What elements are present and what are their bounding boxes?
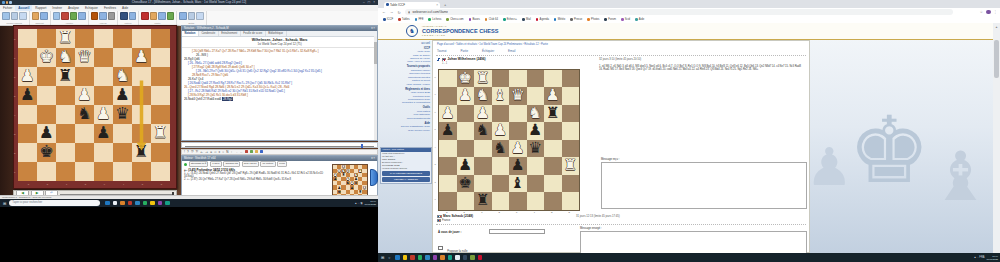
square-b2[interactable]: ♚ [457, 175, 475, 193]
toolbar-icon[interactable] [167, 12, 175, 20]
square-a7[interactable] [439, 87, 457, 105]
square-c3[interactable] [56, 124, 75, 143]
square-h8[interactable] [151, 29, 170, 48]
square-f8[interactable] [113, 29, 132, 48]
quick-access-toolbar[interactable] [2, 1, 12, 4]
bookmark-iccf[interactable]: ICCF [383, 18, 393, 21]
sidebar-link[interactable]: Requêtes & réclamations [380, 101, 430, 104]
square-a5[interactable]: ♟ [18, 86, 37, 105]
square-g2[interactable] [544, 175, 562, 193]
square-h7[interactable] [151, 48, 170, 67]
annotation-icon[interactable]: → [234, 150, 237, 154]
notation-tab-condensée[interactable]: Condensée [199, 31, 219, 36]
bookmark-photos[interactable]: Photos [587, 18, 599, 21]
square-d5[interactable]: ♟ [75, 86, 94, 105]
square-c2[interactable] [56, 143, 75, 162]
square-f5[interactable]: ♟ [527, 122, 545, 140]
bookmark-ffe[interactable]: FFE [415, 18, 424, 21]
square-a1[interactable] [439, 192, 457, 210]
square-g5[interactable] [544, 122, 562, 140]
annotation-icon[interactable]: ± [218, 150, 220, 154]
app-icon[interactable] [158, 201, 163, 206]
breadcrumb-link[interactable]: Tables et résultats [456, 43, 477, 46]
square-f2[interactable] [527, 175, 545, 193]
white-piece-♛: ♛ [511, 88, 525, 104]
app-icon[interactable] [150, 201, 155, 206]
square-e5[interactable] [509, 122, 527, 140]
square-h4[interactable] [151, 105, 170, 124]
square-a8[interactable] [439, 70, 457, 88]
bookmark-agenda[interactable]: Agenda [536, 18, 549, 21]
annotation-icon[interactable]: ↔ [240, 150, 243, 154]
sidebar-link[interactable]: ICCF Games Archive [380, 83, 430, 86]
square-g3[interactable] [544, 157, 562, 175]
square-g2[interactable]: ♜ [132, 143, 151, 162]
app-icon[interactable] [478, 255, 483, 260]
square-h1[interactable] [151, 162, 170, 181]
app-icon[interactable] [440, 255, 445, 260]
annotation-icon[interactable]: = [210, 150, 212, 154]
square-h3[interactable]: ♜ [562, 157, 580, 175]
toolbar-icon[interactable] [53, 12, 61, 20]
toolbar-icon[interactable] [196, 12, 204, 20]
square-b1[interactable] [37, 162, 56, 181]
notation-tab-bibliothèque[interactable]: Bibliothèque [266, 31, 287, 36]
square-b4[interactable] [37, 105, 56, 124]
toolbar-icon[interactable] [150, 12, 158, 20]
server-board[interactable]: ♚♜♟♞♝♛♟♟♟♞♜♟♞♟♟♞♟♛♟♟♜♚♝♜ [439, 70, 579, 210]
new-icon[interactable] [9, 1, 12, 4]
sidebar-link[interactable]: ICCF Privacy Policy [380, 129, 430, 132]
square-f7[interactable] [527, 87, 545, 105]
square-h6[interactable] [151, 67, 170, 86]
app-icon[interactable] [455, 255, 460, 260]
square-b7[interactable]: ♟ [457, 87, 475, 105]
color-annotation-icon[interactable] [260, 150, 263, 153]
square-f3[interactable] [527, 157, 545, 175]
system-tray[interactable]: ▲ ○ ◨ 16:04 10/01/2025 [354, 200, 378, 206]
toolbar-icon[interactable] [19, 12, 27, 20]
square-f8[interactable] [527, 70, 545, 88]
toolbar-icon[interactable] [120, 12, 128, 20]
move-entry-input[interactable] [489, 229, 545, 235]
toolbar-icon[interactable] [188, 12, 196, 20]
bookmark-chess.com[interactable]: Chess.com [446, 18, 463, 21]
iccf-logo[interactable]: ♞ [406, 25, 418, 37]
page-scrollbar[interactable]: ▲ [993, 23, 1000, 253]
taskbar-clock[interactable]: 16:04 10/01/2025 [987, 255, 999, 261]
toolbar-icon[interactable] [78, 12, 86, 20]
square-a4[interactable] [18, 105, 37, 124]
engine-button[interactable]: Nxd4 26/76 [242, 161, 259, 167]
toolbar-icon[interactable] [179, 12, 187, 20]
tab-close-icon[interactable]: × [436, 3, 438, 7]
square-d1[interactable] [492, 192, 510, 210]
game-menu-partie[interactable]: Partie [460, 49, 468, 53]
taskbar-search-input[interactable]: Taper ici pour rechercher [9, 200, 100, 206]
tab-title: Table ICCF [390, 3, 435, 7]
app-icon[interactable] [470, 255, 475, 260]
square-a3[interactable] [18, 124, 37, 143]
toolbar-icon[interactable] [99, 12, 107, 20]
annotation-icon[interactable]: ∞ [214, 150, 216, 154]
tray-icons[interactable]: ▲ ○ ◨ [354, 202, 362, 205]
annotation-icon[interactable]: ! [184, 150, 185, 154]
annotation-icon[interactable]: N [226, 150, 228, 154]
reload-icon[interactable]: ↻ [398, 10, 401, 15]
square-f2[interactable] [113, 143, 132, 162]
square-b3[interactable]: ♟ [37, 124, 56, 143]
toolbar-icon[interactable] [108, 12, 116, 20]
square-g6[interactable] [132, 67, 151, 86]
notation-tab-notation[interactable]: Notation [182, 31, 199, 36]
toolbar-icon[interactable] [91, 12, 99, 20]
annotation-icon[interactable]: +- [200, 150, 203, 154]
square-d8[interactable] [492, 70, 510, 88]
square-d2[interactable] [75, 143, 94, 162]
annotation-icon[interactable]: ? [187, 150, 189, 154]
login-button[interactable]: PARAMÈTRES PERSONNELS [382, 171, 430, 176]
black-piece-♜: ♜ [476, 193, 490, 209]
square-b2[interactable]: ♚ [37, 143, 56, 162]
bookmark-lichess[interactable]: Lichess [428, 18, 441, 21]
message-received-box [601, 162, 807, 209]
annotation-icon[interactable]: ↑ [231, 150, 233, 154]
square-g4[interactable] [132, 105, 151, 124]
notation-moves[interactable]: [ 26.Qd8 Rb6+ 27.Ka7 Qc7 28.Rxc7 Nb5+ 29… [182, 48, 377, 132]
bookmark-presse[interactable]: Presse [570, 18, 582, 21]
app-icon[interactable] [135, 201, 140, 206]
search-icon[interactable]: ○ [388, 256, 390, 260]
square-c8[interactable]: ♜ [474, 70, 492, 88]
square-d1[interactable] [75, 162, 94, 181]
address-bar[interactable]: ◉ webserver.iccf.com/Game [405, 9, 953, 15]
square-g7[interactable]: ♟ [544, 87, 562, 105]
square-f5[interactable]: ♟ [113, 86, 132, 105]
square-e4[interactable]: ♟ [509, 140, 527, 158]
square-h5[interactable] [151, 86, 170, 105]
current-move-highlight[interactable]: 28.Rg2 [222, 97, 233, 101]
annotation-icon[interactable]: -+ [205, 150, 208, 154]
toolbar-icon[interactable] [61, 12, 69, 20]
breadcrumb-link[interactable]: 1st World Team Cup 24 Preliminaries [479, 43, 522, 46]
ribbon-group-presse-papiers: Presse-papiers [0, 11, 30, 25]
square-d6[interactable] [492, 105, 510, 123]
brand-main: CORRESPONDENCE CHESS [422, 28, 498, 34]
square-e1[interactable] [509, 192, 527, 210]
square-c7[interactable]: ♞ [474, 87, 492, 105]
square-b1[interactable] [457, 192, 475, 210]
app-icon[interactable] [113, 201, 118, 206]
color-annotation-icon[interactable] [255, 150, 258, 153]
square-f4[interactable]: ♛ [527, 140, 545, 158]
square-e7[interactable] [94, 48, 113, 67]
square-c4[interactable] [474, 140, 492, 158]
square-b4[interactable] [457, 140, 475, 158]
engine-button[interactable]: 1 CPU [210, 161, 222, 167]
white-piece-♞: ♞ [58, 49, 73, 66]
square-e3[interactable]: ♟ [509, 157, 527, 175]
square-a3[interactable] [439, 157, 457, 175]
square-e8[interactable] [94, 29, 113, 48]
notation-tab-entraînement[interactable]: Entraînement [219, 31, 241, 36]
square-e2[interactable]: ♝ [509, 175, 527, 193]
file-label: d [491, 211, 509, 215]
square-f6[interactable]: ♞ [527, 105, 545, 123]
square-e4[interactable]: ♟ [94, 105, 113, 124]
square-h2[interactable] [562, 175, 580, 193]
sidebar-link[interactable]: Mes enregistrements [380, 117, 430, 120]
breadcrumb: Page d'accueil › Tables et résultats › 1… [437, 43, 548, 46]
notation-line[interactable]: 26.Nxd4 Qxh3 27.Rxd4 exd4 28.Rg2 [184, 97, 375, 101]
system-tray[interactable]: ▲ ○ FRA 16:04 10/01/2025 [974, 255, 1000, 261]
square-h1[interactable] [562, 192, 580, 210]
engine-line[interactable]: 2. +− (2.87): 26.Qe7 Rb6+ 27.Ka7 Qc7 28.… [184, 178, 326, 181]
square-c2[interactable] [474, 175, 492, 193]
app-icon[interactable] [425, 255, 430, 260]
white-piece-♝: ♝ [493, 88, 507, 104]
square-e8[interactable] [509, 70, 527, 88]
toolbar-icon[interactable] [32, 12, 40, 20]
white-piece-♛: ♛ [77, 49, 92, 66]
square-c1[interactable] [56, 162, 75, 181]
toolbar-icon[interactable] [158, 12, 166, 20]
bookmark-bases[interactable]: Bases [469, 18, 480, 21]
square-a6[interactable]: ♟ [439, 105, 457, 123]
start-button[interactable]: ⊞ [3, 201, 6, 206]
square-h4[interactable] [562, 140, 580, 158]
square-b8[interactable]: ♚ [457, 70, 475, 88]
square-a5[interactable]: ♟ [439, 122, 457, 140]
square-e6[interactable] [94, 67, 113, 86]
move-list[interactable]: 1. e4 Nf6 2. e5 Nd5 3. d4 d6 4. Nf3 dxe5… [599, 65, 805, 72]
bookmark-echecs+[interactable]: Echecs+ [503, 18, 517, 21]
analysis-board[interactable]: ♜♚♞♛♟♟♜♞♟♟♟♞♟♛♟♟♜♚♜ [18, 29, 170, 181]
square-b5[interactable] [37, 86, 56, 105]
square-b6[interactable] [37, 67, 56, 86]
profile-avatar[interactable] [986, 10, 991, 15]
game-menu-email[interactable]: Email [508, 49, 515, 53]
square-d3[interactable] [492, 157, 510, 175]
app-icon[interactable] [120, 201, 125, 206]
square-d5[interactable]: ♟ [492, 122, 510, 140]
white-piece-♞: ♞ [115, 68, 130, 85]
square-b7[interactable]: ♚ [37, 48, 56, 67]
square-c6[interactable]: ♟ [474, 105, 492, 123]
square-g5[interactable] [132, 86, 151, 105]
square-d7[interactable]: ♝ [492, 87, 510, 105]
square-c8[interactable]: ♜ [56, 29, 75, 48]
square-g8[interactable] [132, 29, 151, 48]
back-icon[interactable]: ← [382, 10, 386, 14]
bookmark-forum[interactable]: Forum [604, 18, 616, 21]
bookmark-météo[interactable]: Météo [554, 18, 565, 21]
notation-tab-feuille de score[interactable]: Feuille de score [241, 31, 266, 36]
monitor-left-chessbase: ChessBase 17 - [Wilhelmsen, Johan - Scha… [0, 0, 378, 207]
forward-icon[interactable]: → [390, 10, 394, 14]
square-b6[interactable] [457, 105, 475, 123]
square-f1[interactable] [527, 192, 545, 210]
file-label: g [133, 183, 152, 187]
panel-expand-button[interactable] [370, 169, 378, 186]
white-piece-♜: ♜ [476, 71, 490, 87]
square-g1[interactable] [544, 192, 562, 210]
square-e6[interactable] [509, 105, 527, 123]
square-c5[interactable]: ♞ [474, 122, 492, 140]
square-d8[interactable] [75, 29, 94, 48]
square-b8[interactable] [37, 29, 56, 48]
square-e3[interactable]: ♟ [94, 124, 113, 143]
bookmark-club 64[interactable]: Club 64 [485, 18, 498, 21]
square-a2[interactable] [18, 143, 37, 162]
taskbar-clock[interactable]: 16:04 10/01/2025 [365, 200, 377, 206]
square-d3[interactable] [75, 124, 94, 143]
toolbar-icon[interactable] [11, 12, 19, 20]
square-h7[interactable] [562, 87, 580, 105]
bookmark-label: Club 64 [489, 18, 498, 21]
file-label: a [19, 183, 38, 187]
square-g7[interactable]: ♟ [132, 48, 151, 67]
color-annotation-icon[interactable] [250, 150, 253, 153]
square-a2[interactable] [439, 175, 457, 193]
engine-button[interactable]: Frein [277, 161, 287, 167]
toolbar-icon[interactable] [141, 12, 149, 20]
square-h6[interactable] [562, 105, 580, 123]
engine-variations[interactable]: 1. +− (3.45): 26.Nxd4 Qxh3 27.Nxc6 Qd7 2… [182, 172, 328, 182]
square-c1[interactable]: ♜ [474, 192, 492, 210]
square-h3[interactable]: ♜ [151, 124, 170, 143]
app-icon[interactable] [143, 201, 148, 206]
notation-panel-buttons[interactable]: ▾ × [371, 26, 375, 31]
square-c7[interactable]: ♞ [56, 48, 75, 67]
brand-bottom: FEDERATION [422, 34, 446, 36]
annotation-icon[interactable]: ○ [222, 150, 224, 154]
tray-icons[interactable]: ▲ ○ FRA [974, 256, 985, 259]
start-button[interactable]: ⊞ [381, 255, 384, 260]
breadcrumb-link[interactable]: Page d'accueil [437, 43, 454, 46]
login-button[interactable]: FERMER LA SESSION [382, 177, 430, 182]
board-file-labels: abcdefgh [19, 183, 171, 187]
app-icon[interactable] [418, 255, 423, 260]
undo-icon[interactable] [6, 1, 9, 4]
sidebar-link[interactable]: ICCF Amici & Forum [380, 60, 430, 63]
toolbar-icon[interactable] [40, 12, 48, 20]
toolbar-icon[interactable] [2, 12, 10, 20]
square-g6[interactable]: ♜ [544, 105, 562, 123]
square-c4[interactable] [56, 105, 75, 124]
square-d6[interactable] [75, 67, 94, 86]
game-menu-tournoi[interactable]: Tournoi [437, 49, 446, 53]
square-f1[interactable] [113, 162, 132, 181]
square-f7[interactable] [113, 48, 132, 67]
square-e7[interactable]: ♛ [509, 87, 527, 105]
square-g8[interactable] [544, 70, 562, 88]
square-d4[interactable]: ♞ [492, 140, 510, 158]
app-icon[interactable] [463, 255, 468, 260]
square-d4[interactable]: ♞ [75, 105, 94, 124]
annotation-icon[interactable]: ?! [196, 150, 199, 154]
square-a7[interactable] [18, 48, 37, 67]
engine-button[interactable]: Schaub.ctg [223, 161, 240, 167]
app-icon[interactable] [128, 201, 133, 206]
bookmark-mail[interactable]: Mail [522, 18, 531, 21]
square-a8[interactable] [18, 29, 37, 48]
game-menu-échiquier[interactable]: Échiquier [482, 49, 494, 53]
color-annotation-icon[interactable] [245, 150, 248, 153]
clock-date: 10/01/2025 [365, 203, 377, 205]
square-f4[interactable]: ♛ [113, 105, 132, 124]
engine-panel-buttons[interactable]: ▾ × [371, 156, 375, 161]
square-f6[interactable]: ♞ [113, 67, 132, 86]
square-h8[interactable] [562, 70, 580, 88]
eval-marker [361, 144, 363, 147]
square-e1[interactable] [94, 162, 113, 181]
square-c3[interactable] [474, 157, 492, 175]
square-c5[interactable] [56, 86, 75, 105]
engine-button[interactable]: Stockfish 17 ▾ [189, 161, 209, 167]
app-icon[interactable] [448, 255, 453, 260]
app-icon[interactable] [403, 255, 408, 260]
toolbar-icon[interactable] [129, 12, 137, 20]
square-d2[interactable] [492, 175, 510, 193]
bookmark-tables[interactable]: Tables [398, 18, 410, 21]
square-b3[interactable]: ♟ [457, 157, 475, 175]
sidebar-home-link[interactable]: accueil [380, 41, 430, 45]
square-g1[interactable] [132, 162, 151, 181]
message-sent-textarea[interactable] [580, 231, 807, 253]
toolbar-icon[interactable] [70, 12, 78, 20]
bookmark-aide[interactable]: Aide [635, 18, 644, 21]
breadcrumb-link[interactable]: Partie [541, 43, 548, 46]
square-e5[interactable] [94, 86, 113, 105]
square-f3[interactable] [113, 124, 132, 143]
square-a4[interactable] [439, 140, 457, 158]
top-player-name: Johan Wilhelmsen (2496) [448, 57, 486, 61]
square-d7[interactable]: ♛ [75, 48, 94, 67]
scroll-thumb[interactable] [994, 40, 999, 78]
engine-button[interactable]: en lecture [260, 161, 275, 167]
app-icon[interactable] [105, 201, 110, 206]
engine-panel: Moteur : Stockfish 17 x64 ▾ × Stockfish … [181, 155, 378, 199]
bookmark-scid[interactable]: Scid [621, 18, 630, 21]
notation-scrollbar[interactable] [374, 36, 377, 140]
bookmark-label: Scid [625, 18, 630, 21]
breadcrumb-link[interactable]: Résultats 12 [524, 43, 538, 46]
square-g4[interactable] [544, 140, 562, 158]
scroll-up-arrow[interactable]: ▲ [993, 23, 1000, 31]
bookmark-label: FFE [418, 18, 423, 21]
app-icon[interactable] [395, 255, 400, 260]
square-c6[interactable]: ♜ [56, 67, 75, 86]
square-a1[interactable] [18, 162, 37, 181]
square-b5[interactable] [457, 122, 475, 140]
square-h5[interactable] [562, 122, 580, 140]
annotation-icon[interactable]: !? [191, 150, 194, 154]
save-icon[interactable] [2, 1, 5, 4]
app-icon[interactable] [433, 255, 438, 260]
square-e2[interactable] [94, 143, 113, 162]
draw-offer-checkbox[interactable] [438, 246, 443, 251]
square-h2[interactable] [151, 143, 170, 162]
move-entry-label: À vous de jouer : [438, 230, 461, 234]
bookmark-star-icon[interactable]: ☆ [980, 10, 983, 14]
app-icon[interactable] [410, 255, 415, 260]
app-icon[interactable] [165, 201, 170, 206]
browser-menu-icon[interactable]: ⋮ [994, 10, 998, 14]
scroll-thumb[interactable] [374, 42, 377, 64]
square-a6[interactable]: ♟ [18, 67, 37, 86]
square-g3[interactable] [132, 124, 151, 143]
